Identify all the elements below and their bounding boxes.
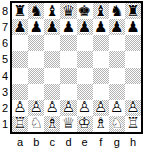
square-b2[interactable]: ♟♙: [28, 100, 44, 116]
rank-label-2: 2: [0, 100, 8, 116]
black-pawn: ♟: [93, 19, 109, 35]
square-c6[interactable]: [44, 35, 60, 51]
white-pawn-outline: ♙: [44, 100, 60, 116]
square-h4[interactable]: [125, 68, 141, 84]
white-pawn-outline: ♙: [60, 100, 76, 116]
white-rook-outline: ♖: [12, 116, 28, 132]
square-b1[interactable]: ♞♘: [28, 116, 44, 132]
square-h1[interactable]: ♜♖: [125, 116, 141, 132]
chess-board: ♜♞♝♛♚♝♞♜♟♟♟♟♟♟♟♟♟♙♟♙♟♙♟♙♟♙♟♙♟♙♟♙♜♖♞♘♝♗♛♕…: [10, 1, 143, 134]
square-g4[interactable]: [109, 68, 125, 84]
square-g1[interactable]: ♞♘: [109, 116, 125, 132]
square-d3[interactable]: [60, 84, 76, 100]
black-knight: ♞: [109, 3, 125, 19]
square-c7[interactable]: ♟: [44, 19, 60, 35]
white-pawn: ♟: [12, 100, 28, 116]
square-g5[interactable]: [109, 51, 125, 67]
white-knight: ♞: [28, 116, 44, 132]
file-label-f: f: [93, 136, 109, 149]
square-e6[interactable]: [77, 35, 93, 51]
square-f1[interactable]: ♝♗: [93, 116, 109, 132]
white-pawn-outline: ♙: [77, 100, 93, 116]
square-d6[interactable]: [60, 35, 76, 51]
black-bishop: ♝: [44, 3, 60, 19]
square-g8[interactable]: ♞: [109, 3, 125, 19]
square-h8[interactable]: ♜: [125, 3, 141, 19]
black-knight: ♞: [28, 3, 44, 19]
square-a8[interactable]: ♜: [12, 3, 28, 19]
square-e4[interactable]: [77, 68, 93, 84]
black-pawn: ♟: [77, 19, 93, 35]
square-h7[interactable]: ♟: [125, 19, 141, 35]
square-c8[interactable]: ♝: [44, 3, 60, 19]
square-b4[interactable]: [28, 68, 44, 84]
file-label-c: c: [44, 136, 60, 149]
file-label-b: b: [28, 136, 44, 149]
square-c5[interactable]: [44, 51, 60, 67]
black-bishop: ♝: [93, 3, 109, 19]
white-rook: ♜: [12, 116, 28, 132]
white-pawn-outline: ♙: [28, 100, 44, 116]
white-bishop-outline: ♗: [44, 116, 60, 132]
square-d1[interactable]: ♛♕: [60, 116, 76, 132]
square-h2[interactable]: ♟♙: [125, 100, 141, 116]
square-f8[interactable]: ♝: [93, 3, 109, 19]
square-b7[interactable]: ♟: [28, 19, 44, 35]
rank-labels: 87654321: [0, 3, 8, 132]
square-a6[interactable]: [12, 35, 28, 51]
white-pawn: ♟: [44, 100, 60, 116]
square-a1[interactable]: ♜♖: [12, 116, 28, 132]
square-d7[interactable]: ♟: [60, 19, 76, 35]
white-king: ♚: [77, 116, 93, 132]
square-b8[interactable]: ♞: [28, 3, 44, 19]
square-b5[interactable]: [28, 51, 44, 67]
square-a4[interactable]: [12, 68, 28, 84]
square-a2[interactable]: ♟♙: [12, 100, 28, 116]
white-bishop-outline: ♗: [93, 116, 109, 132]
square-g2[interactable]: ♟♙: [109, 100, 125, 116]
square-g6[interactable]: [109, 35, 125, 51]
white-pawn: ♟: [93, 100, 109, 116]
white-knight: ♞: [109, 116, 125, 132]
square-d5[interactable]: [60, 51, 76, 67]
rank-label-6: 6: [0, 35, 8, 51]
square-e2[interactable]: ♟♙: [77, 100, 93, 116]
square-f5[interactable]: [93, 51, 109, 67]
square-f3[interactable]: [93, 84, 109, 100]
rank-label-5: 5: [0, 51, 8, 67]
square-c1[interactable]: ♝♗: [44, 116, 60, 132]
rank-label-8: 8: [0, 3, 8, 19]
rank-label-7: 7: [0, 19, 8, 35]
white-pawn-outline: ♙: [125, 100, 141, 116]
black-queen: ♛: [60, 3, 76, 19]
square-g7[interactable]: ♟: [109, 19, 125, 35]
square-d2[interactable]: ♟♙: [60, 100, 76, 116]
white-pawn: ♟: [109, 100, 125, 116]
white-queen-outline: ♕: [60, 116, 76, 132]
white-bishop: ♝: [44, 116, 60, 132]
black-pawn: ♟: [109, 19, 125, 35]
black-pawn: ♟: [44, 19, 60, 35]
square-g3[interactable]: [109, 84, 125, 100]
rank-label-1: 1: [0, 116, 8, 132]
square-e5[interactable]: [77, 51, 93, 67]
square-f7[interactable]: ♟: [93, 19, 109, 35]
square-c3[interactable]: [44, 84, 60, 100]
file-labels: abcdefgh: [12, 136, 141, 149]
white-pawn: ♟: [60, 100, 76, 116]
file-label-a: a: [12, 136, 28, 149]
black-pawn: ♟: [60, 19, 76, 35]
square-f6[interactable]: [93, 35, 109, 51]
square-b6[interactable]: [28, 35, 44, 51]
rank-label-4: 4: [0, 68, 8, 84]
black-pawn: ♟: [28, 19, 44, 35]
white-bishop: ♝: [93, 116, 109, 132]
square-b3[interactable]: [28, 84, 44, 100]
square-f4[interactable]: [93, 68, 109, 84]
white-rook-outline: ♖: [125, 116, 141, 132]
square-h5[interactable]: [125, 51, 141, 67]
white-pawn: ♟: [28, 100, 44, 116]
file-label-d: d: [60, 136, 76, 149]
black-king: ♚: [77, 3, 93, 19]
square-c2[interactable]: ♟♙: [44, 100, 60, 116]
square-e3[interactable]: [77, 84, 93, 100]
square-a7[interactable]: ♟: [12, 19, 28, 35]
chess-diagram: 87654321 ♜♞♝♛♚♝♞♜♟♟♟♟♟♟♟♟♟♙♟♙♟♙♟♙♟♙♟♙♟♙♟…: [0, 0, 145, 150]
white-pawn: ♟: [77, 100, 93, 116]
white-pawn-outline: ♙: [12, 100, 28, 116]
square-h3[interactable]: [125, 84, 141, 100]
square-d8[interactable]: ♛: [60, 3, 76, 19]
square-e8[interactable]: ♚: [77, 3, 93, 19]
square-c4[interactable]: [44, 68, 60, 84]
white-pawn: ♟: [125, 100, 141, 116]
white-pawn-outline: ♙: [109, 100, 125, 116]
rank-label-3: 3: [0, 84, 8, 100]
white-knight-outline: ♘: [109, 116, 125, 132]
square-h6[interactable]: [125, 35, 141, 51]
file-label-h: h: [125, 136, 141, 149]
white-king-outline: ♔: [77, 116, 93, 132]
square-d4[interactable]: [60, 68, 76, 84]
white-rook: ♜: [125, 116, 141, 132]
black-pawn: ♟: [125, 19, 141, 35]
square-f2[interactable]: ♟♙: [93, 100, 109, 116]
black-rook: ♜: [12, 3, 28, 19]
file-label-g: g: [109, 136, 125, 149]
square-e7[interactable]: ♟: [77, 19, 93, 35]
white-queen: ♛: [60, 116, 76, 132]
file-label-e: e: [77, 136, 93, 149]
black-pawn: ♟: [12, 19, 28, 35]
white-pawn-outline: ♙: [93, 100, 109, 116]
square-e1[interactable]: ♚♔: [77, 116, 93, 132]
square-a3[interactable]: [12, 84, 28, 100]
black-rook: ♜: [125, 3, 141, 19]
square-a5[interactable]: [12, 51, 28, 67]
white-knight-outline: ♘: [28, 116, 44, 132]
